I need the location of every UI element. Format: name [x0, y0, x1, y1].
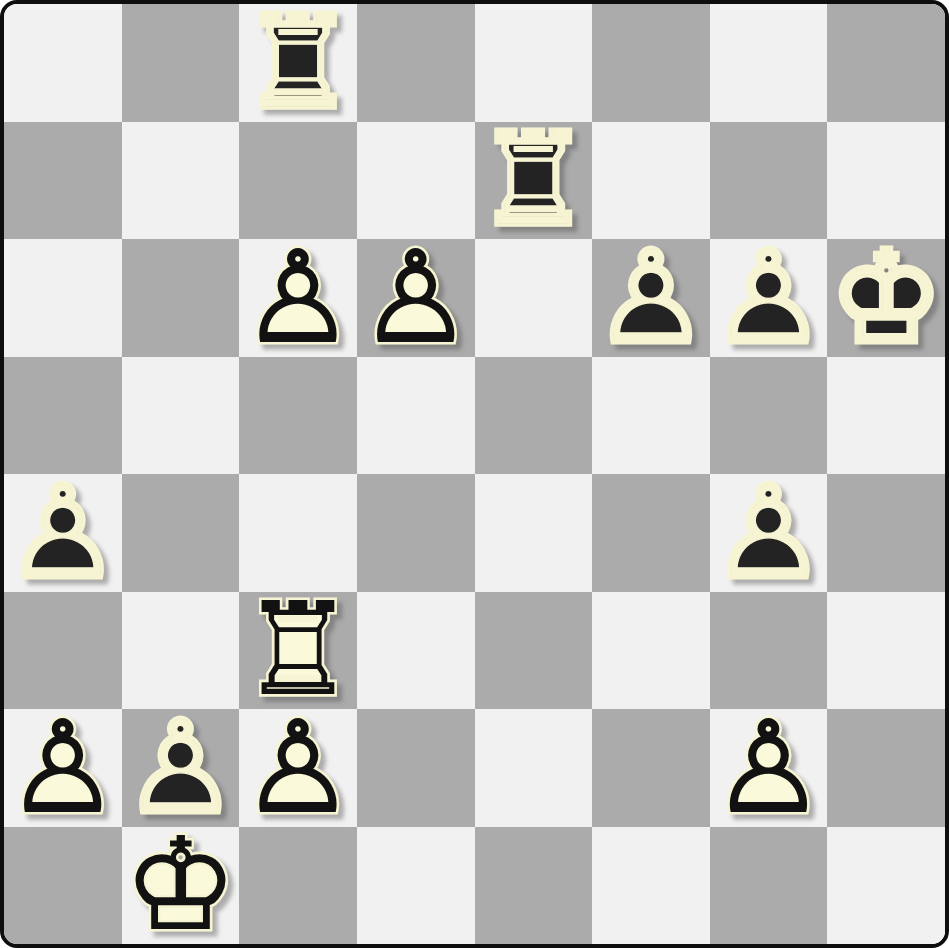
- white-pawn-icon: ♙: [239, 709, 357, 827]
- piece-white-pawn[interactable]: ♟♟♙: [239, 709, 357, 827]
- square-e3[interactable]: [475, 592, 593, 710]
- piece-black-king[interactable]: ♚♚♔: [827, 239, 945, 357]
- square-f3[interactable]: [592, 592, 710, 710]
- square-a2[interactable]: ♟♟♙: [4, 709, 122, 827]
- square-f2[interactable]: [592, 709, 710, 827]
- square-g3[interactable]: [710, 592, 828, 710]
- square-b3[interactable]: [122, 592, 240, 710]
- square-b1[interactable]: ♚♚♔: [122, 827, 240, 945]
- page-background: ♜♜♖♜♜♖♟♟♙♟♟♙♟♟♙♟♟♙♚♚♔♟♟♙♟♟♙♜♜♖♟♟♙♟♟♙♟♟♙♟…: [0, 0, 949, 948]
- piece-black-pawn[interactable]: ♟♟♙: [592, 239, 710, 357]
- square-a4[interactable]: ♟♟♙: [4, 474, 122, 592]
- square-g8[interactable]: [710, 4, 828, 122]
- black-pawn-icon: ♙: [122, 709, 240, 827]
- square-c6[interactable]: ♟♟♙: [239, 239, 357, 357]
- square-a8[interactable]: [4, 4, 122, 122]
- square-b6[interactable]: [122, 239, 240, 357]
- square-g7[interactable]: [710, 122, 828, 240]
- square-e2[interactable]: [475, 709, 593, 827]
- white-pawn-icon: ♙: [710, 709, 828, 827]
- square-c3[interactable]: ♜♜♖: [239, 592, 357, 710]
- square-a3[interactable]: [4, 592, 122, 710]
- piece-white-pawn[interactable]: ♟♟♙: [710, 709, 828, 827]
- black-pawn-icon: ♙: [592, 239, 710, 357]
- square-a1[interactable]: [4, 827, 122, 945]
- piece-black-rook[interactable]: ♜♜♖: [239, 4, 357, 122]
- square-b5[interactable]: [122, 357, 240, 475]
- square-h8[interactable]: [827, 4, 945, 122]
- square-h1[interactable]: [827, 827, 945, 945]
- square-e4[interactable]: [475, 474, 593, 592]
- square-c5[interactable]: [239, 357, 357, 475]
- square-c2[interactable]: ♟♟♙: [239, 709, 357, 827]
- square-a7[interactable]: [4, 122, 122, 240]
- piece-black-pawn[interactable]: ♟♟♙: [122, 709, 240, 827]
- black-pawn-icon: ♙: [4, 474, 122, 592]
- black-pawn-icon: ♙: [710, 239, 828, 357]
- square-g1[interactable]: [710, 827, 828, 945]
- square-e1[interactable]: [475, 827, 593, 945]
- piece-black-rook[interactable]: ♜♜♖: [475, 122, 593, 240]
- square-e5[interactable]: [475, 357, 593, 475]
- square-c7[interactable]: [239, 122, 357, 240]
- square-d7[interactable]: [357, 122, 475, 240]
- square-f8[interactable]: [592, 4, 710, 122]
- piece-black-pawn[interactable]: ♟♟♙: [710, 474, 828, 592]
- square-f4[interactable]: [592, 474, 710, 592]
- white-rook-icon: ♖: [239, 592, 357, 710]
- square-b2[interactable]: ♟♟♙: [122, 709, 240, 827]
- square-g2[interactable]: ♟♟♙: [710, 709, 828, 827]
- black-rook-icon: ♖: [475, 122, 593, 240]
- square-c8[interactable]: ♜♜♖: [239, 4, 357, 122]
- white-pawn-icon: ♙: [357, 239, 475, 357]
- square-g5[interactable]: [710, 357, 828, 475]
- square-d2[interactable]: [357, 709, 475, 827]
- square-b4[interactable]: [122, 474, 240, 592]
- square-c1[interactable]: [239, 827, 357, 945]
- white-pawn-icon: ♙: [4, 709, 122, 827]
- white-pawn-icon: ♙: [239, 239, 357, 357]
- black-king-icon: ♔: [827, 239, 945, 357]
- square-d5[interactable]: [357, 357, 475, 475]
- square-a5[interactable]: [4, 357, 122, 475]
- square-d4[interactable]: [357, 474, 475, 592]
- piece-white-pawn[interactable]: ♟♟♙: [357, 239, 475, 357]
- piece-white-pawn[interactable]: ♟♟♙: [4, 709, 122, 827]
- piece-white-pawn[interactable]: ♟♟♙: [239, 239, 357, 357]
- square-h4[interactable]: [827, 474, 945, 592]
- square-c4[interactable]: [239, 474, 357, 592]
- square-f6[interactable]: ♟♟♙: [592, 239, 710, 357]
- piece-white-rook[interactable]: ♜♜♖: [239, 592, 357, 710]
- square-h5[interactable]: [827, 357, 945, 475]
- piece-white-king[interactable]: ♚♚♔: [122, 827, 240, 945]
- square-h6[interactable]: ♚♚♔: [827, 239, 945, 357]
- square-d3[interactable]: [357, 592, 475, 710]
- square-e6[interactable]: [475, 239, 593, 357]
- square-g6[interactable]: ♟♟♙: [710, 239, 828, 357]
- square-b8[interactable]: [122, 4, 240, 122]
- square-h2[interactable]: [827, 709, 945, 827]
- square-b7[interactable]: [122, 122, 240, 240]
- piece-black-pawn[interactable]: ♟♟♙: [710, 239, 828, 357]
- square-f7[interactable]: [592, 122, 710, 240]
- black-rook-icon: ♖: [239, 4, 357, 122]
- white-king-icon: ♔: [122, 827, 240, 945]
- square-g4[interactable]: ♟♟♙: [710, 474, 828, 592]
- square-d6[interactable]: ♟♟♙: [357, 239, 475, 357]
- black-pawn-icon: ♙: [710, 474, 828, 592]
- square-e8[interactable]: [475, 4, 593, 122]
- square-a6[interactable]: [4, 239, 122, 357]
- square-f1[interactable]: [592, 827, 710, 945]
- piece-black-pawn[interactable]: ♟♟♙: [4, 474, 122, 592]
- chess-board: ♜♜♖♜♜♖♟♟♙♟♟♙♟♟♙♟♟♙♚♚♔♟♟♙♟♟♙♜♜♖♟♟♙♟♟♙♟♟♙♟…: [0, 0, 949, 948]
- square-h3[interactable]: [827, 592, 945, 710]
- square-f5[interactable]: [592, 357, 710, 475]
- square-d1[interactable]: [357, 827, 475, 945]
- square-d8[interactable]: [357, 4, 475, 122]
- square-h7[interactable]: [827, 122, 945, 240]
- square-e7[interactable]: ♜♜♖: [475, 122, 593, 240]
